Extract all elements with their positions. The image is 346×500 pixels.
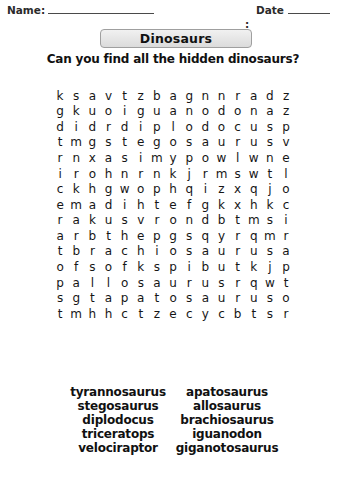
grid-cell[interactable]: t bbox=[262, 166, 278, 182]
grid-cell[interactable]: r bbox=[149, 213, 165, 229]
grid-cell[interactable]: l bbox=[230, 150, 246, 166]
grid-cell[interactable]: a bbox=[84, 88, 100, 104]
grid-cell[interactable]: y bbox=[213, 228, 229, 244]
grid-cell[interactable]: o bbox=[230, 104, 246, 120]
grid-cell[interactable]: o bbox=[165, 213, 181, 229]
grid-cell[interactable]: d bbox=[213, 104, 229, 120]
grid-cell[interactable]: a bbox=[52, 228, 68, 244]
grid-cell[interactable]: d bbox=[117, 119, 133, 135]
grid-cell[interactable]: z bbox=[133, 88, 149, 104]
grid-cell[interactable]: p bbox=[165, 259, 181, 275]
grid-cell[interactable]: f bbox=[181, 197, 197, 213]
grid-cell[interactable]: r bbox=[230, 275, 246, 291]
grid-cell[interactable]: g bbox=[84, 135, 100, 151]
word-item: brachiosaurus bbox=[152, 413, 302, 427]
grid-cell[interactable]: x bbox=[84, 150, 100, 166]
grid-cell[interactable]: q bbox=[246, 181, 262, 197]
grid-cell[interactable]: i bbox=[68, 119, 84, 135]
grid-cell[interactable]: i bbox=[278, 213, 294, 229]
grid-cell[interactable]: i bbox=[117, 197, 133, 213]
grid-cell[interactable]: k bbox=[246, 259, 262, 275]
grid-cell[interactable]: h bbox=[84, 306, 100, 322]
grid-cell[interactable]: o bbox=[165, 135, 181, 151]
grid-cell[interactable]: r bbox=[52, 150, 68, 166]
grid-cell[interactable]: y bbox=[197, 306, 213, 322]
grid-cell[interactable]: t bbox=[52, 306, 68, 322]
grid-cell[interactable]: i bbox=[197, 181, 213, 197]
grid-cell[interactable]: o bbox=[100, 259, 116, 275]
grid-cell[interactable]: o bbox=[197, 150, 213, 166]
grid-cell[interactable]: n bbox=[149, 166, 165, 182]
grid-cell[interactable]: d bbox=[262, 88, 278, 104]
grid-cell[interactable]: s bbox=[117, 213, 133, 229]
grid-cell[interactable]: s bbox=[117, 150, 133, 166]
grid-cell[interactable]: u bbox=[246, 290, 262, 306]
grid-cell[interactable]: o bbox=[197, 104, 213, 120]
name-field: Name: bbox=[7, 4, 154, 16]
grid-cell[interactable]: k bbox=[133, 259, 149, 275]
name-blank-line[interactable] bbox=[48, 4, 154, 14]
grid-cell[interactable]: q bbox=[246, 228, 262, 244]
grid-cell[interactable]: q bbox=[246, 275, 262, 291]
grid-cell[interactable]: s bbox=[181, 135, 197, 151]
grid-cell[interactable]: s bbox=[181, 244, 197, 260]
grid-cell[interactable]: y bbox=[165, 150, 181, 166]
date-label: Date bbox=[256, 4, 284, 16]
grid-cell[interactable]: a bbox=[84, 197, 100, 213]
grid-cell[interactable]: d bbox=[84, 119, 100, 135]
grid-cell[interactable]: a bbox=[149, 275, 165, 291]
grid-cell[interactable]: e bbox=[278, 150, 294, 166]
grid-cell[interactable]: t bbox=[149, 197, 165, 213]
grid-cell[interactable]: c bbox=[52, 181, 68, 197]
grid-cell[interactable]: r bbox=[100, 119, 116, 135]
grid-cell[interactable]: h bbox=[117, 228, 133, 244]
grid-cell[interactable]: s bbox=[181, 290, 197, 306]
grid-cell[interactable]: s bbox=[262, 244, 278, 260]
grid-cell[interactable]: b bbox=[68, 244, 84, 260]
grid-cell[interactable]: u bbox=[246, 135, 262, 151]
grid-cell[interactable]: a bbox=[262, 104, 278, 120]
grid-cell[interactable]: k bbox=[52, 88, 68, 104]
title-pill: Dinosaurs bbox=[100, 29, 252, 48]
grid-cell[interactable]: n bbox=[262, 150, 278, 166]
grid-cell[interactable]: i bbox=[149, 244, 165, 260]
grid-cell[interactable]: z bbox=[278, 104, 294, 120]
grid-cell[interactable]: o bbox=[278, 290, 294, 306]
grid-cell[interactable]: r bbox=[278, 306, 294, 322]
grid-cell[interactable]: r bbox=[133, 166, 149, 182]
grid-cell[interactable]: s bbox=[133, 275, 149, 291]
grid-cell[interactable]: k bbox=[165, 166, 181, 182]
grid-cell[interactable]: t bbox=[117, 135, 133, 151]
grid-cell[interactable]: o bbox=[181, 119, 197, 135]
grid-cell[interactable]: a bbox=[133, 290, 149, 306]
grid-cell[interactable]: u bbox=[213, 259, 229, 275]
grid-cell[interactable]: c bbox=[213, 306, 229, 322]
grid-cell[interactable]: f bbox=[68, 259, 84, 275]
grid-cell[interactable]: a bbox=[68, 213, 84, 229]
word-list-column-2: apatosaurusallosaurusbrachiosaurusiguano… bbox=[152, 385, 302, 455]
grid-cell[interactable]: s bbox=[149, 259, 165, 275]
grid-cell[interactable]: t bbox=[133, 306, 149, 322]
grid-cell[interactable]: c bbox=[230, 119, 246, 135]
grid-cell[interactable]: u bbox=[197, 275, 213, 291]
grid-cell[interactable]: r bbox=[68, 228, 84, 244]
grid-cell[interactable]: a bbox=[197, 135, 213, 151]
grid-cell[interactable]: s bbox=[262, 213, 278, 229]
word-item: apatosaurus bbox=[152, 385, 302, 399]
grid-cell[interactable]: z bbox=[149, 306, 165, 322]
grid-cell[interactable]: r bbox=[230, 290, 246, 306]
worksheet-page: Name: Date : Dinosaurs Can you find all … bbox=[0, 0, 346, 500]
grid-cell[interactable]: v bbox=[100, 88, 116, 104]
grid-cell[interactable]: g bbox=[165, 228, 181, 244]
grid-cell[interactable]: r bbox=[278, 228, 294, 244]
grid-cell[interactable]: a bbox=[197, 290, 213, 306]
grid-cell[interactable]: v bbox=[278, 135, 294, 151]
grid-cell[interactable]: a bbox=[165, 88, 181, 104]
grid-cell[interactable]: b bbox=[230, 306, 246, 322]
grid-cell[interactable]: o bbox=[165, 244, 181, 260]
grid-cell[interactable]: p bbox=[149, 119, 165, 135]
grid-cell[interactable]: m bbox=[68, 135, 84, 151]
grid-cell[interactable]: s bbox=[100, 135, 116, 151]
grid-cell[interactable]: s bbox=[181, 228, 197, 244]
grid-cell[interactable]: w bbox=[117, 181, 133, 197]
grid-cell[interactable]: u bbox=[100, 213, 116, 229]
grid-cell[interactable]: j bbox=[181, 166, 197, 182]
grid-cell[interactable]: h bbox=[133, 244, 149, 260]
grid-cell[interactable]: m bbox=[149, 150, 165, 166]
grid-cell[interactable]: s bbox=[230, 166, 246, 182]
grid-cell[interactable]: k bbox=[68, 104, 84, 120]
grid-cell[interactable]: p bbox=[278, 259, 294, 275]
grid-cell[interactable]: g bbox=[181, 88, 197, 104]
grid-cell[interactable]: t bbox=[246, 306, 262, 322]
word-item: iguanodon bbox=[152, 427, 302, 441]
grid-cell[interactable]: a bbox=[278, 244, 294, 260]
grid-cell[interactable]: q bbox=[197, 228, 213, 244]
grid-cell[interactable]: o bbox=[278, 181, 294, 197]
grid-cell[interactable]: w bbox=[246, 150, 262, 166]
grid-cell[interactable]: t bbox=[100, 228, 116, 244]
grid-cell[interactable]: z bbox=[278, 88, 294, 104]
grid-cell[interactable]: i bbox=[52, 166, 68, 182]
grid-cell[interactable]: u bbox=[213, 290, 229, 306]
grid-cell[interactable]: p bbox=[181, 150, 197, 166]
grid-cell[interactable]: u bbox=[213, 244, 229, 260]
grid-cell[interactable]: r bbox=[230, 135, 246, 151]
grid-cell[interactable]: s bbox=[68, 88, 84, 104]
grid-cell[interactable]: n bbox=[181, 213, 197, 229]
date-field: Date : bbox=[245, 4, 344, 30]
grid-cell[interactable]: h bbox=[100, 306, 116, 322]
grid-cell[interactable]: u bbox=[246, 119, 262, 135]
grid-cell[interactable]: g bbox=[68, 290, 84, 306]
grid-cell[interactable]: n bbox=[117, 166, 133, 182]
grid-cell[interactable]: r bbox=[230, 228, 246, 244]
grid-cell[interactable]: p bbox=[52, 275, 68, 291]
grid-cell[interactable]: c bbox=[117, 244, 133, 260]
grid-cell[interactable]: m bbox=[262, 228, 278, 244]
grid-cell[interactable]: w bbox=[213, 150, 229, 166]
grid-cell[interactable]: e bbox=[165, 197, 181, 213]
grid-cell[interactable]: t bbox=[230, 213, 246, 229]
date-colon: : bbox=[245, 18, 344, 30]
grid-cell[interactable]: c bbox=[117, 306, 133, 322]
grid-cell[interactable]: v bbox=[133, 213, 149, 229]
puzzle-instruction: Can you find all the hidden dinosaurs? bbox=[0, 52, 346, 66]
grid-cell[interactable]: s bbox=[262, 290, 278, 306]
grid-cell[interactable]: h bbox=[165, 181, 181, 197]
grid-cell[interactable]: e bbox=[52, 197, 68, 213]
grid-cell[interactable]: t bbox=[278, 275, 294, 291]
grid-cell[interactable]: o bbox=[52, 259, 68, 275]
grid-cell[interactable]: o bbox=[133, 181, 149, 197]
grid-cell[interactable]: r bbox=[197, 166, 213, 182]
grid-cell[interactable]: d bbox=[100, 197, 116, 213]
grid-cell[interactable]: t bbox=[117, 88, 133, 104]
grid-cell[interactable]: o bbox=[213, 119, 229, 135]
grid-cell[interactable]: r bbox=[181, 275, 197, 291]
grid-cell[interactable]: k bbox=[262, 197, 278, 213]
grid-cell[interactable]: x bbox=[230, 181, 246, 197]
grid-cell[interactable]: c bbox=[278, 197, 294, 213]
grid-cell[interactable]: m bbox=[68, 306, 84, 322]
word-item: giganotosaurus bbox=[152, 441, 302, 455]
grid-cell[interactable]: s bbox=[52, 290, 68, 306]
grid-cell[interactable]: k bbox=[68, 181, 84, 197]
grid-cell[interactable]: r bbox=[230, 88, 246, 104]
word-search-grid: ksavtzbagnnradzgkuoiguanodonazdidrdiplod… bbox=[52, 88, 294, 321]
grid-cell[interactable]: u bbox=[149, 104, 165, 120]
grid-cell[interactable]: u bbox=[84, 104, 100, 120]
grid-cell[interactable]: d bbox=[197, 213, 213, 229]
grid-cell[interactable]: w bbox=[262, 275, 278, 291]
name-label: Name: bbox=[7, 4, 45, 16]
grid-cell[interactable]: i bbox=[181, 259, 197, 275]
grid-cell[interactable]: o bbox=[100, 104, 116, 120]
grid-cell[interactable]: s bbox=[84, 259, 100, 275]
grid-cell[interactable]: a bbox=[165, 104, 181, 120]
grid-cell[interactable]: p bbox=[149, 228, 165, 244]
grid-cell[interactable]: b bbox=[197, 259, 213, 275]
grid-cell[interactable]: t bbox=[149, 290, 165, 306]
grid-cell[interactable]: j bbox=[262, 259, 278, 275]
grid-cell[interactable]: s bbox=[262, 306, 278, 322]
grid-cell[interactable]: b bbox=[84, 228, 100, 244]
grid-cell[interactable]: a bbox=[100, 290, 116, 306]
grid-cell[interactable]: h bbox=[133, 197, 149, 213]
grid-cell[interactable]: k bbox=[84, 213, 100, 229]
grid-cell[interactable]: z bbox=[213, 181, 229, 197]
grid-cell[interactable]: g bbox=[100, 181, 116, 197]
grid-cell[interactable]: s bbox=[262, 119, 278, 135]
grid-cell[interactable]: m bbox=[68, 197, 84, 213]
grid-cell[interactable]: g bbox=[197, 197, 213, 213]
grid-cell[interactable]: a bbox=[197, 244, 213, 260]
grid-cell[interactable]: o bbox=[117, 275, 133, 291]
grid-cell[interactable]: g bbox=[133, 104, 149, 120]
grid-cell[interactable]: d bbox=[197, 119, 213, 135]
word-item: allosaurus bbox=[152, 399, 302, 413]
grid-cell[interactable]: u bbox=[213, 135, 229, 151]
grid-cell[interactable]: a bbox=[100, 244, 116, 260]
grid-cell[interactable]: f bbox=[117, 259, 133, 275]
grid-cell[interactable]: i bbox=[117, 104, 133, 120]
grid-cell[interactable]: k bbox=[213, 197, 229, 213]
grid-cell[interactable]: p bbox=[278, 119, 294, 135]
grid-cell[interactable]: p bbox=[117, 290, 133, 306]
grid-cell[interactable]: s bbox=[262, 135, 278, 151]
grid-cell[interactable]: m bbox=[213, 166, 229, 182]
grid-cell[interactable]: u bbox=[246, 244, 262, 260]
grid-cell[interactable]: p bbox=[149, 181, 165, 197]
grid-cell[interactable]: r bbox=[230, 244, 246, 260]
grid-cell[interactable]: l bbox=[165, 119, 181, 135]
grid-cell[interactable]: h bbox=[246, 197, 262, 213]
grid-cell[interactable]: h bbox=[100, 166, 116, 182]
grid-cell[interactable]: j bbox=[262, 181, 278, 197]
grid-cell[interactable]: e bbox=[165, 306, 181, 322]
date-row: Date bbox=[245, 4, 330, 16]
grid-cell[interactable]: d bbox=[52, 119, 68, 135]
grid-cell[interactable]: l bbox=[100, 275, 116, 291]
date-blank-line[interactable] bbox=[288, 5, 330, 14]
grid-cell[interactable]: r bbox=[68, 166, 84, 182]
grid-cell[interactable]: a bbox=[68, 275, 84, 291]
page-title: Dinosaurs bbox=[140, 31, 212, 46]
grid-cell[interactable]: n bbox=[68, 150, 84, 166]
grid-cell[interactable]: s bbox=[213, 275, 229, 291]
grid-cell[interactable]: o bbox=[84, 166, 100, 182]
grid-cell[interactable]: t bbox=[52, 244, 68, 260]
grid-cell[interactable]: q bbox=[181, 181, 197, 197]
grid-cell[interactable]: o bbox=[165, 290, 181, 306]
grid-cell[interactable]: l bbox=[278, 166, 294, 182]
grid-cell[interactable]: e bbox=[133, 228, 149, 244]
grid-cell[interactable]: r bbox=[52, 213, 68, 229]
grid-cell[interactable]: x bbox=[230, 197, 246, 213]
grid-cell[interactable]: n bbox=[181, 104, 197, 120]
grid-cell[interactable]: n bbox=[246, 104, 262, 120]
grid-cell[interactable]: n bbox=[213, 88, 229, 104]
grid-cell[interactable]: i bbox=[133, 119, 149, 135]
grid-cell[interactable]: t bbox=[52, 135, 68, 151]
grid-cell[interactable]: g bbox=[149, 135, 165, 151]
grid-cell[interactable]: u bbox=[165, 275, 181, 291]
grid-cell[interactable]: r bbox=[84, 244, 100, 260]
grid-cell[interactable]: c bbox=[181, 306, 197, 322]
grid-cell[interactable]: t bbox=[230, 259, 246, 275]
grid-cell[interactable]: a bbox=[100, 150, 116, 166]
grid-cell[interactable]: m bbox=[246, 213, 262, 229]
grid-cell[interactable]: b bbox=[213, 213, 229, 229]
grid-cell[interactable]: w bbox=[246, 166, 262, 182]
grid-cell[interactable]: a bbox=[246, 88, 262, 104]
grid-cell[interactable]: h bbox=[84, 181, 100, 197]
grid-cell[interactable]: b bbox=[149, 88, 165, 104]
grid-cell[interactable]: t bbox=[84, 290, 100, 306]
grid-cell[interactable]: e bbox=[133, 135, 149, 151]
grid-cell[interactable]: n bbox=[197, 88, 213, 104]
grid-cell[interactable]: l bbox=[84, 275, 100, 291]
grid-cell[interactable]: g bbox=[52, 104, 68, 120]
grid-cell[interactable]: i bbox=[133, 150, 149, 166]
